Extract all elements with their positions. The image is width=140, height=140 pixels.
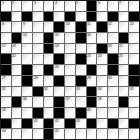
black-cell-10-7: [76, 108, 86, 118]
black-cell-1-12: [129, 12, 139, 22]
white-cell-11-3[interactable]: 41: [33, 119, 43, 129]
white-cell-8-11[interactable]: [119, 87, 129, 97]
white-cell-7-4[interactable]: [44, 76, 54, 86]
black-cell-6-0: [1, 65, 11, 75]
black-cell-10-3: [33, 108, 43, 118]
white-cell-4-12[interactable]: [129, 44, 139, 54]
clue-number: 29: [87, 76, 91, 80]
white-cell-3-9[interactable]: [97, 33, 107, 43]
white-cell-9-10[interactable]: [108, 97, 118, 107]
clue-number: 19: [55, 44, 59, 48]
black-cell-5-0: [1, 54, 11, 64]
white-cell-12-0[interactable]: 44: [1, 129, 11, 139]
black-cell-3-7: [76, 33, 86, 43]
white-cell-12-1[interactable]: [12, 129, 22, 139]
white-cell-0-7[interactable]: 5: [76, 1, 86, 11]
white-cell-7-11[interactable]: [119, 76, 129, 86]
white-cell-2-4[interactable]: [44, 22, 54, 32]
white-cell-10-12[interactable]: [129, 108, 139, 118]
clue-number: 35: [130, 87, 134, 91]
white-cell-0-12[interactable]: [129, 1, 139, 11]
clue-number: 31: [2, 87, 6, 91]
white-cell-11-9[interactable]: [97, 119, 107, 129]
black-cell-0-8: [87, 1, 97, 11]
clue-number: 10: [66, 22, 70, 26]
clue-number: 40: [87, 108, 91, 112]
clue-number: 13: [130, 22, 134, 26]
white-cell-0-9[interactable]: 6: [97, 1, 107, 11]
white-cell-1-3[interactable]: [33, 12, 43, 22]
white-cell-9-3[interactable]: [33, 97, 43, 107]
white-cell-3-5[interactable]: 15: [54, 33, 64, 43]
clue-number: 34: [98, 87, 102, 91]
clue-number: 8: [2, 22, 4, 26]
clue-number: 39: [2, 108, 6, 112]
clue-number: 3: [34, 1, 36, 5]
white-cell-11-5[interactable]: 42: [54, 119, 64, 129]
white-cell-10-8[interactable]: 40: [87, 108, 97, 118]
clue-number: 15: [55, 33, 59, 37]
white-cell-12-2[interactable]: [22, 129, 32, 139]
clue-number: 2: [12, 1, 14, 5]
clue-number: 36: [23, 97, 27, 101]
white-cell-5-3[interactable]: [33, 54, 43, 64]
white-cell-12-3[interactable]: [33, 129, 43, 139]
white-cell-2-11[interactable]: [119, 22, 129, 32]
clue-number: 24: [98, 54, 102, 58]
black-cell-3-4: [44, 33, 54, 43]
black-cell-9-5: [54, 97, 64, 107]
white-cell-2-2[interactable]: 9: [22, 22, 32, 32]
white-cell-9-12[interactable]: [129, 97, 139, 107]
white-cell-9-0[interactable]: [1, 97, 11, 107]
white-cell-0-11[interactable]: 7: [119, 1, 129, 11]
white-cell-2-10[interactable]: 12: [108, 22, 118, 32]
clue-number: 9: [23, 22, 25, 26]
white-cell-12-5[interactable]: 45: [54, 129, 64, 139]
white-cell-8-0[interactable]: 31: [1, 87, 11, 97]
white-cell-5-1[interactable]: 22: [12, 54, 22, 64]
white-cell-7-9[interactable]: [97, 76, 107, 86]
white-cell-5-2[interactable]: [22, 54, 32, 64]
white-cell-2-8[interactable]: 11: [87, 22, 97, 32]
white-cell-5-6[interactable]: [65, 54, 75, 64]
clue-number: 16: [87, 33, 91, 37]
black-cell-4-9: [97, 44, 107, 54]
clue-number: 44: [2, 129, 6, 133]
clue-number: 22: [12, 54, 16, 58]
white-cell-4-0[interactable]: 17: [1, 44, 11, 54]
black-cell-6-12: [129, 65, 139, 75]
clue-number: 23: [87, 54, 91, 58]
white-cell-3-6[interactable]: [65, 33, 75, 43]
white-cell-12-6[interactable]: [65, 129, 75, 139]
black-cell-2-7: [76, 22, 86, 32]
white-cell-8-2[interactable]: [22, 87, 32, 97]
white-cell-0-5[interactable]: 4: [54, 1, 64, 11]
clue-number: 4: [55, 1, 57, 5]
white-cell-8-4[interactable]: 32: [44, 87, 54, 97]
clue-number: 14: [23, 33, 27, 37]
black-cell-2-9: [97, 22, 107, 32]
clue-number: 32: [44, 87, 48, 91]
black-cell-4-4: [44, 44, 54, 54]
white-cell-9-6[interactable]: 37: [65, 97, 75, 107]
white-cell-10-10[interactable]: [108, 108, 118, 118]
black-cell-7-7: [76, 76, 86, 86]
clue-number: 38: [98, 97, 102, 101]
white-cell-1-5[interactable]: [54, 12, 64, 22]
black-cell-10-5: [54, 108, 64, 118]
black-cell-11-6: [65, 119, 75, 129]
clue-number: 45: [55, 129, 59, 133]
black-cell-11-12: [129, 119, 139, 129]
white-cell-12-8[interactable]: [87, 129, 97, 139]
white-cell-3-0[interactable]: [1, 33, 11, 43]
clue-number: 33: [76, 87, 80, 91]
white-cell-2-6[interactable]: 10: [65, 22, 75, 32]
clue-number: 18: [12, 44, 16, 48]
white-cell-7-0[interactable]: 27: [1, 76, 11, 86]
white-cell-12-12[interactable]: [129, 129, 139, 139]
black-cell-11-10: [108, 119, 118, 129]
white-cell-10-9[interactable]: [97, 108, 107, 118]
white-cell-3-2[interactable]: 14: [22, 33, 32, 43]
white-cell-6-7[interactable]: [76, 65, 86, 75]
black-cell-5-5: [54, 54, 64, 64]
white-cell-9-2[interactable]: 36: [22, 97, 32, 107]
white-cell-6-11[interactable]: [119, 65, 129, 75]
white-cell-10-6[interactable]: [65, 108, 75, 118]
white-cell-8-9[interactable]: 34: [97, 87, 107, 97]
white-cell-11-11[interactable]: [119, 119, 129, 129]
white-cell-4-11[interactable]: 21: [119, 44, 129, 54]
clue-number: 5: [76, 1, 78, 5]
clue-number: 30: [108, 76, 112, 80]
clue-number: 11: [87, 22, 90, 26]
black-cell-11-0: [1, 119, 11, 129]
black-cell-7-5: [54, 76, 64, 86]
white-cell-2-0[interactable]: 8: [1, 22, 11, 32]
black-cell-12-4: [44, 129, 54, 139]
white-cell-4-8[interactable]: [87, 44, 97, 54]
white-cell-0-4[interactable]: [44, 1, 54, 11]
white-cell-6-9[interactable]: [97, 65, 107, 75]
white-cell-5-8[interactable]: 23: [87, 54, 97, 64]
black-cell-1-6: [65, 12, 75, 22]
white-cell-0-1[interactable]: 2: [12, 1, 22, 11]
black-cell-11-2: [22, 119, 32, 129]
black-cell-9-1: [12, 97, 22, 107]
white-cell-4-2[interactable]: [22, 44, 32, 54]
white-cell-8-7[interactable]: 33: [76, 87, 86, 97]
clue-number: 7: [119, 1, 121, 5]
black-cell-6-2: [22, 65, 32, 75]
black-cell-2-5: [54, 22, 64, 32]
black-cell-7-2: [22, 76, 32, 86]
black-cell-1-2: [22, 12, 32, 22]
black-cell-1-4: [44, 12, 54, 22]
black-cell-6-4: [44, 65, 54, 75]
black-cell-1-8: [87, 12, 97, 22]
white-cell-5-11[interactable]: 25: [119, 54, 129, 64]
white-cell-3-3[interactable]: [33, 33, 43, 43]
white-cell-11-7[interactable]: 43: [76, 119, 86, 129]
white-cell-2-1[interactable]: [12, 22, 22, 32]
white-cell-7-3[interactable]: 28: [33, 76, 43, 86]
white-cell-5-4[interactable]: [44, 54, 54, 64]
black-cell-11-4: [44, 119, 54, 129]
white-cell-5-9[interactable]: 24: [97, 54, 107, 64]
black-cell-5-10: [108, 54, 118, 64]
white-cell-10-4[interactable]: [44, 108, 54, 118]
black-cell-8-3: [33, 87, 43, 97]
white-cell-6-5[interactable]: 26: [54, 65, 64, 75]
white-cell-6-1[interactable]: [12, 65, 22, 75]
white-cell-1-9[interactable]: [97, 12, 107, 22]
black-cell-5-7: [76, 54, 86, 64]
white-cell-0-3[interactable]: 3: [33, 1, 43, 11]
white-cell-0-6[interactable]: [65, 1, 75, 11]
white-cell-3-10[interactable]: [108, 33, 118, 43]
white-cell-5-12[interactable]: [129, 54, 139, 64]
black-cell-3-11: [119, 33, 129, 43]
white-cell-8-5[interactable]: [54, 87, 64, 97]
white-cell-4-3[interactable]: [33, 44, 43, 54]
clue-number: 21: [119, 44, 123, 48]
white-cell-4-5[interactable]: 19: [54, 44, 64, 54]
white-cell-8-12[interactable]: 35: [129, 87, 139, 97]
white-cell-10-0[interactable]: 39: [1, 108, 11, 118]
clue-number: 43: [76, 119, 80, 123]
white-cell-0-2[interactable]: [22, 1, 32, 11]
white-cell-12-11[interactable]: [119, 129, 129, 139]
clue-number: 20: [108, 44, 112, 48]
white-cell-8-6[interactable]: [65, 87, 75, 97]
white-cell-11-1[interactable]: [12, 119, 22, 129]
white-cell-1-1[interactable]: [12, 12, 22, 22]
white-cell-1-7[interactable]: [76, 12, 86, 22]
black-cell-9-8: [87, 97, 97, 107]
clue-number: 41: [34, 119, 38, 123]
white-cell-9-7[interactable]: [76, 97, 86, 107]
clue-number: 37: [66, 97, 70, 101]
white-cell-10-2[interactable]: [22, 108, 32, 118]
white-cell-7-8[interactable]: 29: [87, 76, 97, 86]
black-cell-9-11: [119, 97, 129, 107]
clue-number: 17: [2, 44, 6, 48]
white-cell-4-6[interactable]: [65, 44, 75, 54]
white-cell-4-7[interactable]: [76, 44, 86, 54]
white-cell-6-3[interactable]: [33, 65, 43, 75]
black-cell-1-10: [108, 12, 118, 22]
white-cell-8-10[interactable]: [108, 87, 118, 97]
white-cell-3-8[interactable]: 16: [87, 33, 97, 43]
white-cell-2-3[interactable]: [33, 22, 43, 32]
white-cell-0-10[interactable]: [108, 1, 118, 11]
crossword-board: 1234567891011121314151617181920212223242…: [0, 0, 140, 140]
white-cell-8-1[interactable]: [12, 87, 22, 97]
white-cell-9-4[interactable]: [44, 97, 54, 107]
clue-number: 26: [55, 65, 59, 69]
clue-number: 12: [108, 22, 112, 26]
black-cell-1-0: [1, 12, 11, 22]
black-cell-7-12: [129, 76, 139, 86]
clue-number: 42: [55, 119, 59, 123]
clue-number: 27: [2, 76, 6, 80]
black-cell-11-8: [87, 119, 97, 129]
black-cell-3-1: [12, 33, 22, 43]
clue-number: 6: [98, 1, 100, 5]
white-cell-3-12[interactable]: [129, 33, 139, 43]
white-cell-7-6[interactable]: [65, 76, 75, 86]
black-cell-8-8: [87, 87, 97, 97]
white-cell-7-1[interactable]: [12, 76, 22, 86]
white-cell-12-7[interactable]: [76, 129, 86, 139]
clue-number: 25: [119, 54, 123, 58]
black-cell-6-8: [87, 65, 97, 75]
white-cell-4-10[interactable]: 20: [108, 44, 118, 54]
clue-number: 1: [2, 1, 4, 5]
white-cell-12-9[interactable]: [97, 129, 107, 139]
white-cell-4-1[interactable]: 18: [12, 44, 22, 54]
white-cell-10-1[interactable]: [12, 108, 22, 118]
white-cell-12-10[interactable]: [108, 129, 118, 139]
clue-number: 28: [34, 76, 38, 80]
white-cell-2-12[interactable]: 13: [129, 22, 139, 32]
white-cell-6-6[interactable]: [65, 65, 75, 75]
white-cell-0-0[interactable]: 1: [1, 1, 11, 11]
black-cell-6-10: [108, 65, 118, 75]
white-cell-7-10[interactable]: 30: [108, 76, 118, 86]
white-cell-9-9[interactable]: 38: [97, 97, 107, 107]
white-cell-1-11[interactable]: [119, 12, 129, 22]
white-cell-10-11[interactable]: [119, 108, 129, 118]
